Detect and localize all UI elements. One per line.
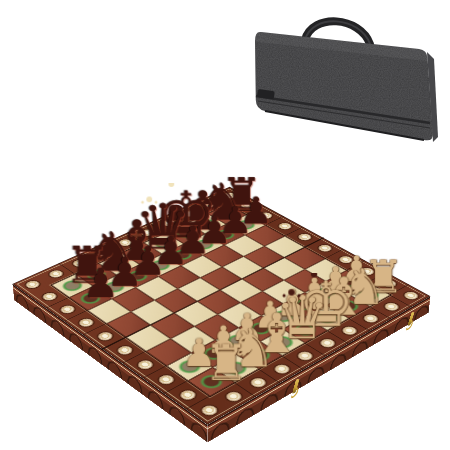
border-medallion-icon xyxy=(276,222,293,231)
brass-clasp-icon xyxy=(407,312,414,326)
border-medallion-icon xyxy=(95,331,114,342)
border-medallion-icon xyxy=(181,209,198,218)
border-medallion-icon xyxy=(247,376,267,389)
border-medallion-icon xyxy=(160,219,177,228)
border-medallion-icon xyxy=(155,373,175,385)
border-medallion-icon xyxy=(177,389,198,402)
border-medallion-icon xyxy=(58,304,77,315)
piece-white-rook: ♜ xyxy=(204,338,237,388)
board-scene: ♜♞♝♛♚♝♞♜♟♟♟♟♟♟♟♟♟♟♟♟♟♟♟♟♜♞♝♛♚♝♞♜ xyxy=(0,0,450,450)
border-medallion-icon xyxy=(201,200,218,208)
border-medallion-icon xyxy=(401,290,420,300)
border-medallion-icon xyxy=(76,317,95,328)
border-medallion-icon xyxy=(115,344,135,356)
border-medallion-icon xyxy=(198,404,219,417)
border-medallion-icon xyxy=(295,233,312,242)
border-medallion-icon xyxy=(257,211,274,220)
board-grid: ♜♞♝♛♚♝♞♜♟♟♟♟♟♟♟♟♟♟♟♟♟♟♟♟♜♞♝♛♚♝♞♜ xyxy=(51,204,390,396)
border-medallion-icon xyxy=(316,244,334,253)
border-medallion-icon xyxy=(46,269,64,279)
crown-tip-accent xyxy=(311,271,317,277)
product-photo: ♜♞♝♛♚♝♞♜♟♟♟♟♟♟♟♟♟♟♟♟♟♟♟♟♜♞♝♛♚♝♞♜ xyxy=(0,0,450,450)
border-medallion-icon xyxy=(238,201,255,209)
border-medallion-icon xyxy=(221,192,237,200)
border-medallion-icon xyxy=(135,359,155,371)
border-medallion-icon xyxy=(116,238,133,247)
crown-tip-accent xyxy=(169,181,175,187)
crown-tip-accent xyxy=(146,196,152,202)
border-medallion-icon xyxy=(40,291,58,301)
chess-board: ♜♞♝♛♚♝♞♜♟♟♟♟♟♟♟♟♟♟♟♟♟♟♟♟♜♞♝♛♚♝♞♜ xyxy=(12,187,430,425)
crown-tip-accent xyxy=(288,289,294,295)
border-medallion-icon xyxy=(23,279,41,289)
piece-black-pawn: ♟ xyxy=(83,263,113,304)
border-medallion-icon xyxy=(138,228,155,237)
brass-clasp-icon xyxy=(292,378,300,393)
border-medallion-icon xyxy=(223,390,244,403)
square-e5 xyxy=(200,267,242,290)
square-a4 xyxy=(126,325,171,351)
